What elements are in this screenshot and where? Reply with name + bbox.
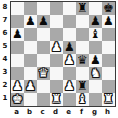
square-f3[interactable] [76,67,89,80]
white-rook: ♜ [102,93,115,106]
square-h4[interactable] [102,54,115,67]
square-h8[interactable]: ♚ [102,2,115,15]
square-c1[interactable] [37,93,50,106]
square-f1[interactable]: ♝ [76,93,89,106]
square-b7[interactable]: ♟ [24,15,37,28]
black-pawn: ♟ [89,54,102,67]
square-a8[interactable] [11,2,24,15]
square-g7[interactable]: ♟ [89,15,102,28]
square-a4[interactable] [11,54,24,67]
square-d4[interactable] [50,54,63,67]
square-b5[interactable] [24,41,37,54]
square-f4[interactable]: ♛ [76,54,89,67]
square-b3[interactable] [24,67,37,80]
black-pawn: ♟ [89,15,102,28]
white-pawn: ♟ [11,80,24,93]
square-d3[interactable] [50,67,63,80]
square-e7[interactable] [63,15,76,28]
black-pawn: ♟ [11,28,24,41]
rank-label-6: 6 [0,27,10,40]
square-d2[interactable] [50,80,63,93]
square-b4[interactable] [24,54,37,67]
square-b8[interactable] [24,2,37,15]
file-label-e: e [62,107,75,118]
black-rook: ♜ [76,2,89,15]
black-rook: ♜ [76,80,89,93]
square-g1[interactable] [89,93,102,106]
rank-label-1: 1 [0,92,10,105]
square-e2[interactable]: ♟ [63,80,76,93]
square-e8[interactable] [63,2,76,15]
square-h7[interactable]: ♟ [102,15,115,28]
black-king: ♚ [102,2,115,15]
square-d7[interactable] [50,15,63,28]
black-queen: ♛ [76,54,89,67]
file-label-h: h [101,107,114,118]
square-c2[interactable] [37,80,50,93]
white-king: ♚ [11,93,24,106]
square-f8[interactable]: ♜ [76,2,89,15]
square-c8[interactable] [37,2,50,15]
square-e1[interactable] [63,93,76,106]
file-label-a: a [10,107,23,118]
square-e5[interactable]: ♟ [63,41,76,54]
square-c6[interactable] [37,28,50,41]
square-c3[interactable]: ♛ [37,67,50,80]
square-e3[interactable] [63,67,76,80]
square-g3[interactable]: ♞ [89,67,102,80]
square-a3[interactable] [11,67,24,80]
square-g6[interactable]: ♝ [89,28,102,41]
square-f6[interactable] [76,28,89,41]
file-label-b: b [23,107,36,118]
black-pawn: ♟ [63,41,76,54]
square-a1[interactable]: ♚ [11,93,24,106]
square-g8[interactable] [89,2,102,15]
file-label-g: g [88,107,101,118]
black-bishop: ♝ [89,28,102,41]
square-f2[interactable]: ♜ [76,80,89,93]
square-d6[interactable] [50,28,63,41]
square-h5[interactable] [102,41,115,54]
square-h3[interactable] [102,67,115,80]
white-pawn: ♟ [63,80,76,93]
white-pawn: ♟ [63,54,76,67]
square-h1[interactable]: ♜ [102,93,115,106]
square-b2[interactable]: ♟ [24,80,37,93]
square-c5[interactable] [37,41,50,54]
square-d5[interactable]: ♟ [50,41,63,54]
square-d1[interactable]: ♜ [50,93,63,106]
square-g5[interactable] [89,41,102,54]
square-e6[interactable] [63,28,76,41]
file-labels: abcdefgh [10,107,116,118]
white-knight: ♞ [89,67,102,80]
rank-labels: 87654321 [0,1,10,105]
square-b1[interactable] [24,93,37,106]
rank-label-8: 8 [0,1,10,14]
square-a7[interactable] [11,15,24,28]
square-a2[interactable]: ♟ [11,80,24,93]
white-rook: ♜ [50,93,63,106]
white-bishop: ♝ [76,93,89,106]
white-pawn: ♟ [24,80,37,93]
square-c4[interactable] [37,54,50,67]
file-label-f: f [75,107,88,118]
file-label-d: d [49,107,62,118]
rank-label-7: 7 [0,14,10,27]
square-f7[interactable] [76,15,89,28]
square-e4[interactable]: ♟ [63,54,76,67]
black-pawn: ♟ [37,15,50,28]
square-h2[interactable] [102,80,115,93]
square-d8[interactable] [50,2,63,15]
black-pawn: ♟ [102,15,115,28]
chess-board: ♜♚♟♟♟♟♟♝♟♟♟♛♟♛♞♟♟♟♜♚♜♝♜ [10,1,116,107]
file-label-c: c [36,107,49,118]
rank-label-4: 4 [0,53,10,66]
square-a6[interactable]: ♟ [11,28,24,41]
square-c7[interactable]: ♟ [37,15,50,28]
square-b6[interactable] [24,28,37,41]
rank-label-2: 2 [0,79,10,92]
white-queen: ♛ [37,67,50,80]
white-pawn: ♟ [50,41,63,54]
rank-label-3: 3 [0,66,10,79]
square-f5[interactable] [76,41,89,54]
square-h6[interactable] [102,28,115,41]
square-g4[interactable]: ♟ [89,54,102,67]
square-g2[interactable] [89,80,102,93]
rank-label-5: 5 [0,40,10,53]
black-pawn: ♟ [24,15,37,28]
square-a5[interactable] [11,41,24,54]
chess-board-diagram: 87654321 ♜♚♟♟♟♟♟♝♟♟♟♛♟♛♞♟♟♟♜♚♜♝♜ abcdefg… [0,0,118,118]
